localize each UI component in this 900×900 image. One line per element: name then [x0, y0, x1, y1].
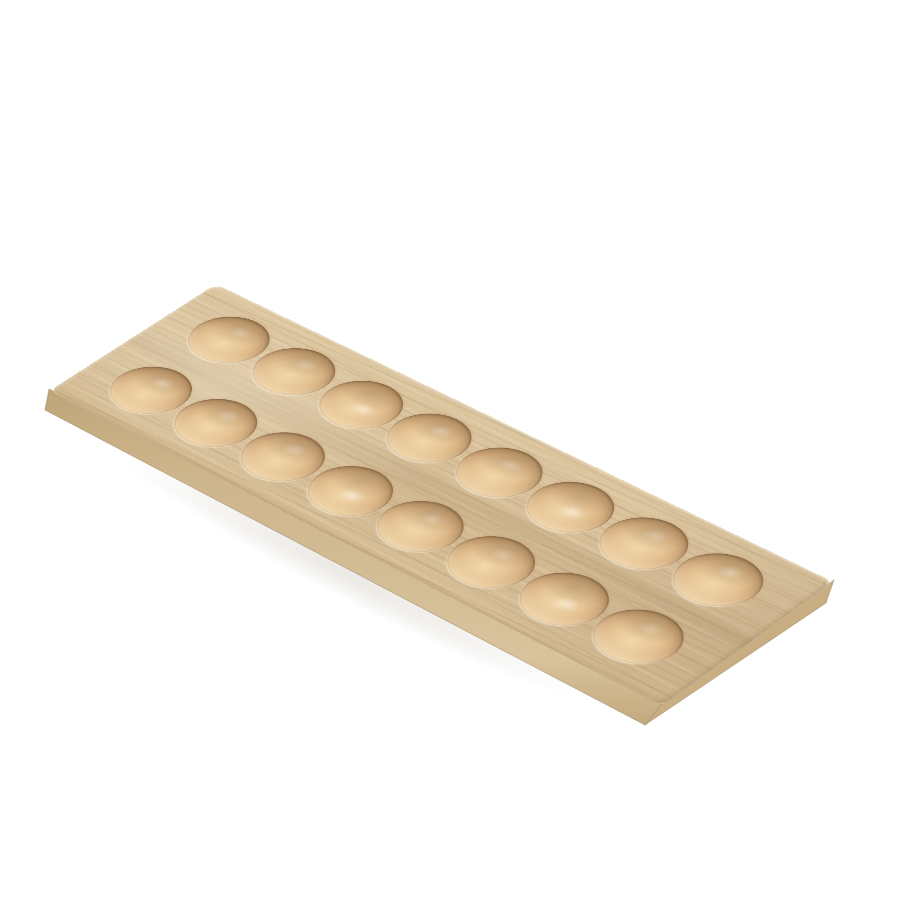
product-photo-stage	[0, 0, 900, 900]
